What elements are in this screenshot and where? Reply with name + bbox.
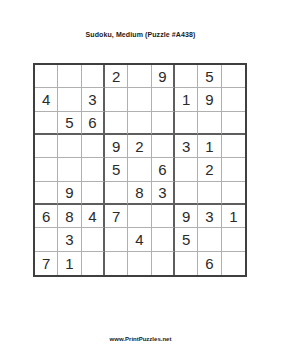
- cell-r3c4: [105, 112, 128, 135]
- cell-r7c6: [152, 205, 175, 228]
- cell-r9c5: [128, 252, 151, 275]
- cell-r5c1: [35, 158, 58, 181]
- cell-r6c8: [198, 182, 221, 205]
- cell-r2c9: [222, 88, 245, 111]
- cell-r4c1: [35, 135, 58, 158]
- cell-r3c3: 6: [82, 112, 105, 135]
- cell-r6c7: [175, 182, 198, 205]
- cell-r1c9: [222, 65, 245, 88]
- cell-r9c9: [222, 252, 245, 275]
- cell-r3c7: [175, 112, 198, 135]
- cell-r1c6: 9: [152, 65, 175, 88]
- cell-r7c8: 3: [198, 205, 221, 228]
- cell-r1c5: [128, 65, 151, 88]
- cell-r5c4: 5: [105, 158, 128, 181]
- cell-r7c1: 6: [35, 205, 58, 228]
- cell-r2c5: [128, 88, 151, 111]
- cell-r6c4: [105, 182, 128, 205]
- cell-r3c1: [35, 112, 58, 135]
- cell-r6c5: 8: [128, 182, 151, 205]
- cell-r7c3: 4: [82, 205, 105, 228]
- cell-r5c6: 6: [152, 158, 175, 181]
- cell-r5c2: [58, 158, 81, 181]
- cell-r9c4: [105, 252, 128, 275]
- cell-r5c5: [128, 158, 151, 181]
- cell-r2c8: 9: [198, 88, 221, 111]
- cell-r9c6: [152, 252, 175, 275]
- cell-r5c8: 2: [198, 158, 221, 181]
- cell-r8c2: 3: [58, 228, 81, 251]
- cell-r9c3: [82, 252, 105, 275]
- cell-r1c1: [35, 65, 58, 88]
- cell-r3c5: [128, 112, 151, 135]
- cell-r2c2: [58, 88, 81, 111]
- puzzle-title: Sudoku, Medium (Puzzle #A438): [0, 31, 281, 38]
- cell-r9c7: [175, 252, 198, 275]
- cell-r6c2: 9: [58, 182, 81, 205]
- cell-r6c9: [222, 182, 245, 205]
- cell-r8c8: [198, 228, 221, 251]
- cell-r5c3: [82, 158, 105, 181]
- cell-r4c8: 1: [198, 135, 221, 158]
- cell-r7c2: 8: [58, 205, 81, 228]
- cell-r8c1: [35, 228, 58, 251]
- cell-r2c1: 4: [35, 88, 58, 111]
- cell-r4c3: [82, 135, 105, 158]
- cell-r8c6: [152, 228, 175, 251]
- cell-r1c7: [175, 65, 198, 88]
- cell-r9c1: 7: [35, 252, 58, 275]
- cell-r4c7: 3: [175, 135, 198, 158]
- cell-r6c3: [82, 182, 105, 205]
- cell-r3c9: [222, 112, 245, 135]
- cell-r4c5: 2: [128, 135, 151, 158]
- cell-r8c4: [105, 228, 128, 251]
- cell-r6c1: [35, 182, 58, 205]
- cell-r2c3: 3: [82, 88, 105, 111]
- cell-r8c9: [222, 228, 245, 251]
- cell-r7c4: 7: [105, 205, 128, 228]
- footer-url: www.PrintPuzzles.net: [0, 336, 281, 342]
- cell-r7c5: [128, 205, 151, 228]
- cell-r2c7: 1: [175, 88, 198, 111]
- cell-r6c6: 3: [152, 182, 175, 205]
- cell-r2c4: [105, 88, 128, 111]
- cell-r9c2: 1: [58, 252, 81, 275]
- cell-r3c8: [198, 112, 221, 135]
- cell-r4c4: 9: [105, 135, 128, 158]
- cell-r4c2: [58, 135, 81, 158]
- sudoku-board: 29543195692315629836847931345716: [33, 63, 247, 277]
- cell-r8c5: 4: [128, 228, 151, 251]
- cell-r5c9: [222, 158, 245, 181]
- cell-r4c6: [152, 135, 175, 158]
- cell-r9c8: 6: [198, 252, 221, 275]
- cell-r1c2: [58, 65, 81, 88]
- cell-r8c3: [82, 228, 105, 251]
- cell-r8c7: 5: [175, 228, 198, 251]
- puzzle-page: Sudoku, Medium (Puzzle #A438) 2954319569…: [0, 0, 281, 363]
- cell-r4c9: [222, 135, 245, 158]
- cell-r1c4: 2: [105, 65, 128, 88]
- cell-r7c7: 9: [175, 205, 198, 228]
- cell-r1c3: [82, 65, 105, 88]
- cell-r3c6: [152, 112, 175, 135]
- cell-r5c7: [175, 158, 198, 181]
- cell-r3c2: 5: [58, 112, 81, 135]
- cell-r2c6: [152, 88, 175, 111]
- cell-r7c9: 1: [222, 205, 245, 228]
- cell-r1c8: 5: [198, 65, 221, 88]
